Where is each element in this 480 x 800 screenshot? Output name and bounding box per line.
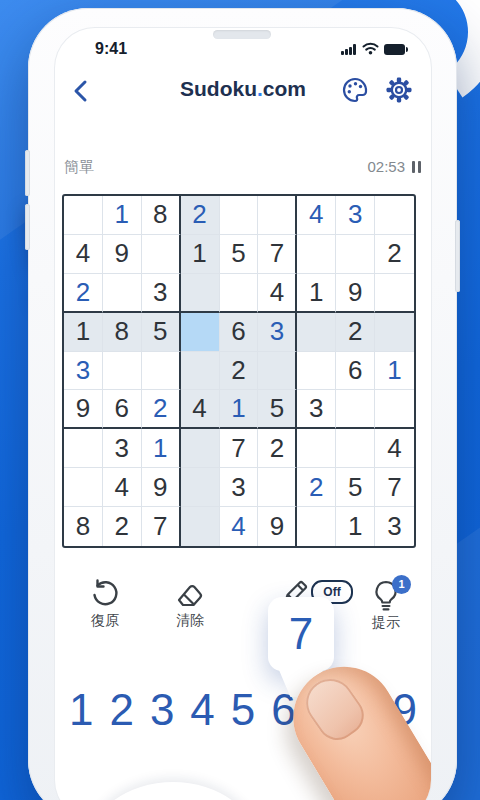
cell-r3c2[interactable] (103, 274, 142, 313)
numpad-1[interactable]: 1 (69, 688, 93, 732)
cell-r9c2[interactable]: 2 (103, 507, 142, 546)
cell-r9c8[interactable]: 1 (336, 507, 375, 546)
timer-value: 02:53 (367, 158, 405, 175)
cell-r4c4[interactable] (181, 313, 220, 352)
battery-icon (384, 44, 405, 55)
cell-r4c5[interactable]: 6 (220, 313, 259, 352)
given-digit: 6 (231, 316, 245, 347)
cell-r9c6[interactable]: 9 (258, 507, 297, 546)
cell-r2c5[interactable]: 5 (220, 235, 259, 274)
cell-r5c5[interactable]: 2 (220, 352, 259, 391)
given-digit: 1 (192, 238, 206, 269)
given-digit: 2 (387, 238, 401, 269)
palette-icon (341, 76, 369, 104)
cell-r3c3[interactable]: 3 (142, 274, 181, 313)
undo-label: 復原 (69, 612, 141, 630)
given-digit: 5 (348, 472, 362, 503)
cell-r1c3[interactable]: 8 (142, 196, 181, 235)
cell-r8c7[interactable]: 2 (297, 468, 336, 507)
player-digit: 4 (231, 511, 245, 542)
given-digit: 7 (153, 511, 167, 542)
status-bar: 9:41 (55, 40, 431, 62)
cell-r6c7[interactable]: 3 (297, 390, 336, 429)
player-digit: 2 (309, 472, 323, 503)
cell-r4c7[interactable] (297, 313, 336, 352)
cell-r7c8[interactable] (336, 429, 375, 468)
cell-r9c1[interactable]: 8 (64, 507, 103, 546)
header: Sudoku.com (55, 74, 431, 108)
cell-r1c7[interactable]: 4 (297, 196, 336, 235)
given-digit: 8 (153, 199, 167, 230)
given-digit: 8 (115, 316, 129, 347)
cell-r5c8[interactable]: 6 (336, 352, 375, 391)
cell-r6c1[interactable]: 9 (64, 390, 103, 429)
cell-r9c3[interactable]: 7 (142, 507, 181, 546)
cell-r8c9[interactable]: 7 (375, 468, 414, 507)
status-time: 9:41 (95, 40, 127, 58)
given-digit: 7 (387, 472, 401, 503)
cell-r1c5[interactable] (220, 196, 259, 235)
pause-button[interactable] (412, 161, 421, 173)
numpad-2[interactable]: 2 (109, 688, 133, 732)
cell-r7c2[interactable]: 3 (103, 429, 142, 468)
given-digit: 4 (270, 277, 284, 308)
cell-r9c7[interactable] (297, 507, 336, 546)
speaker-slot (213, 30, 271, 39)
player-digit: 2 (76, 277, 90, 308)
cell-r9c4[interactable] (181, 507, 220, 546)
decorative-circle (88, 782, 258, 800)
hint-count-badge: 1 (392, 575, 411, 594)
cell-r9c9[interactable]: 3 (375, 507, 414, 546)
game-info-bar: 簡單 02:53 (55, 158, 431, 180)
given-digit: 9 (270, 511, 284, 542)
phone-mockup: 9:41 (28, 8, 457, 800)
given-digit: 2 (115, 511, 129, 542)
cell-r7c9[interactable]: 4 (375, 429, 414, 468)
numpad-5[interactable]: 5 (231, 688, 255, 732)
cell-r8c2[interactable]: 4 (103, 468, 142, 507)
given-digit: 3 (309, 393, 323, 424)
numpad-4[interactable]: 4 (190, 688, 214, 732)
cell-r5c4[interactable] (181, 352, 220, 391)
cell-r4c9[interactable] (375, 313, 414, 352)
given-digit: 3 (115, 433, 129, 464)
cell-r6c4[interactable]: 4 (181, 390, 220, 429)
cell-r8c8[interactable]: 5 (336, 468, 375, 507)
cell-r2c7[interactable] (297, 235, 336, 274)
cell-r7c4[interactable] (181, 429, 220, 468)
wifi-icon (362, 42, 379, 55)
given-digit: 7 (231, 433, 245, 464)
player-digit: 2 (192, 199, 206, 230)
cell-r4c3[interactable]: 5 (142, 313, 181, 352)
cell-r3c7[interactable]: 1 (297, 274, 336, 313)
cell-r9c5[interactable]: 4 (220, 507, 259, 546)
player-digit: 1 (231, 393, 245, 424)
player-digit: 3 (76, 355, 90, 386)
cell-r7c1[interactable] (64, 429, 103, 468)
given-digit: 1 (76, 316, 90, 347)
given-digit: 3 (231, 472, 245, 503)
cell-r7c5[interactable]: 7 (220, 429, 259, 468)
cell-r1c4[interactable]: 2 (181, 196, 220, 235)
given-digit: 2 (270, 433, 284, 464)
given-digit: 5 (231, 238, 245, 269)
given-digit: 6 (115, 393, 129, 424)
pressed-key-popup: 7 (268, 597, 334, 671)
cell-r6c6[interactable]: 5 (258, 390, 297, 429)
given-digit: 4 (115, 472, 129, 503)
phone-screen: 9:41 (55, 28, 431, 800)
difficulty-label: 簡單 (64, 158, 94, 177)
player-digit: 4 (309, 199, 323, 230)
given-digit: 4 (76, 238, 90, 269)
cell-r4c6[interactable]: 3 (258, 313, 297, 352)
player-digit: 3 (270, 316, 284, 347)
cell-r6c2[interactable]: 6 (103, 390, 142, 429)
cell-r1c6[interactable] (258, 196, 297, 235)
player-digit: 1 (115, 199, 129, 230)
cell-r6c5[interactable]: 1 (220, 390, 259, 429)
sudoku-grid: 1824349157223419185632326196241533172449… (62, 194, 416, 548)
given-digit: 3 (153, 277, 167, 308)
player-digit: 3 (348, 199, 362, 230)
cell-r1c1[interactable] (64, 196, 103, 235)
given-digit: 1 (348, 511, 362, 542)
erase-label: 清除 (154, 612, 226, 630)
cell-r5c3[interactable] (142, 352, 181, 391)
undo-icon (89, 579, 121, 609)
cell-r2c8[interactable] (336, 235, 375, 274)
cell-r7c3[interactable]: 1 (142, 429, 181, 468)
given-digit: 6 (348, 355, 362, 386)
numpad-3[interactable]: 3 (150, 688, 174, 732)
undo-button[interactable]: 復原 (69, 579, 141, 630)
cell-r5c2[interactable] (103, 352, 142, 391)
given-digit: 3 (387, 511, 401, 542)
given-digit: 9 (348, 277, 362, 308)
given-digit: 9 (76, 393, 90, 424)
app-background: 5 9:41 (0, 0, 480, 800)
player-digit: 1 (153, 433, 167, 464)
cell-r2c9[interactable]: 2 (375, 235, 414, 274)
given-digit: 9 (153, 472, 167, 503)
cell-r4c1[interactable]: 1 (64, 313, 103, 352)
cell-r2c1[interactable]: 4 (64, 235, 103, 274)
cell-r1c2[interactable]: 1 (103, 196, 142, 235)
cell-r4c2[interactable]: 8 (103, 313, 142, 352)
cell-r3c6[interactable]: 4 (258, 274, 297, 313)
hint-label: 提示 (350, 614, 422, 632)
volume-down-button (25, 204, 30, 250)
given-digit: 4 (387, 433, 401, 464)
theme-palette-button[interactable] (341, 76, 369, 104)
gear-icon (385, 76, 413, 104)
erase-button[interactable]: 清除 (154, 579, 226, 630)
cell-r3c4[interactable] (181, 274, 220, 313)
settings-button[interactable] (385, 76, 413, 104)
eraser-icon (173, 579, 207, 609)
cell-r3c5[interactable] (220, 274, 259, 313)
cell-r3c8[interactable]: 9 (336, 274, 375, 313)
cell-r8c3[interactable]: 9 (142, 468, 181, 507)
cell-r5c7[interactable] (297, 352, 336, 391)
cell-r3c1[interactable]: 2 (64, 274, 103, 313)
cell-r7c6[interactable]: 2 (258, 429, 297, 468)
cell-r7c7[interactable] (297, 429, 336, 468)
given-digit: 5 (153, 316, 167, 347)
power-button (455, 220, 460, 292)
cell-r2c3[interactable] (142, 235, 181, 274)
cell-r1c9[interactable] (375, 196, 414, 235)
given-digit: 2 (348, 316, 362, 347)
given-digit: 5 (270, 393, 284, 424)
given-digit: 8 (76, 511, 90, 542)
given-digit: 9 (115, 238, 129, 269)
cell-r1c8[interactable]: 3 (336, 196, 375, 235)
cell-r8c5[interactable]: 3 (220, 468, 259, 507)
cell-r3c9[interactable] (375, 274, 414, 313)
cell-r6c9[interactable] (375, 390, 414, 429)
hint-button[interactable]: 提示 (350, 579, 422, 632)
player-digit: 2 (153, 393, 167, 424)
given-digit: 2 (231, 355, 245, 386)
cell-r2c2[interactable]: 9 (103, 235, 142, 274)
cell-r6c8[interactable] (336, 390, 375, 429)
cell-r8c1[interactable] (64, 468, 103, 507)
fingernail (297, 669, 372, 747)
signal-icon (341, 44, 357, 55)
cell-r5c1[interactable]: 3 (64, 352, 103, 391)
cell-r8c6[interactable] (258, 468, 297, 507)
page-title: Sudoku.com (55, 77, 431, 101)
given-digit: 7 (270, 238, 284, 269)
cell-r5c6[interactable] (258, 352, 297, 391)
cell-r2c4[interactable]: 1 (181, 235, 220, 274)
cell-r5c9[interactable]: 1 (375, 352, 414, 391)
player-digit: 1 (387, 355, 401, 386)
cell-r2c6[interactable]: 7 (258, 235, 297, 274)
volume-up-button (25, 150, 30, 196)
cell-r6c3[interactable]: 2 (142, 390, 181, 429)
cell-r4c8[interactable]: 2 (336, 313, 375, 352)
given-digit: 4 (192, 393, 206, 424)
given-digit: 1 (309, 277, 323, 308)
cell-r8c4[interactable] (181, 468, 220, 507)
